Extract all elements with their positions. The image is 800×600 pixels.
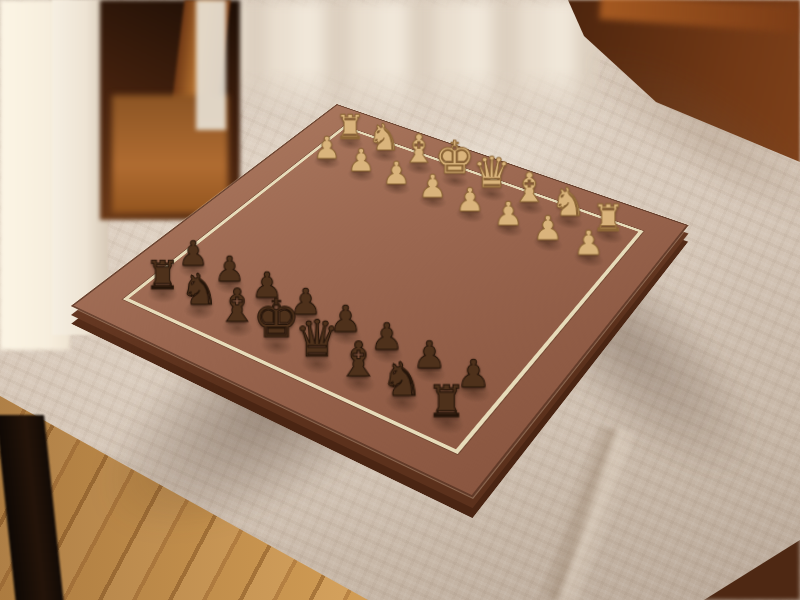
bishop-glyph: ♝: [337, 337, 380, 383]
rook-glyph: ♜: [427, 381, 466, 423]
knight-glyph: ♞: [381, 358, 423, 402]
piece-black-rook-a8: ♜: [420, 369, 473, 422]
photo-chess-scene: ♜♞♝♚♛♝♞♜♟♟♟♟♟♟♟♟♟♟♟♟♟♟♟♟♜♞♝♚♛♝♞♜: [0, 0, 800, 600]
door-edge: [196, 0, 226, 130]
